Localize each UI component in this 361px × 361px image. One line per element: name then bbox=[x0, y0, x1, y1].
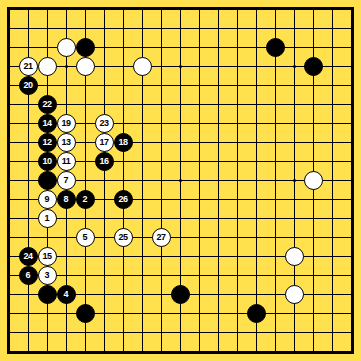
board-point-f13: 23 bbox=[95, 114, 114, 133]
black-stone-d9-move-8: 8 bbox=[57, 190, 76, 209]
white-stone-c6-move-15: 15 bbox=[38, 247, 57, 266]
board-point-c11: 10 bbox=[38, 152, 57, 171]
board-point-d17 bbox=[57, 38, 76, 57]
white-stone-d10-move-7: 7 bbox=[57, 171, 76, 190]
white-stone-q6 bbox=[285, 247, 304, 266]
black-stone-b6-move-24: 24 bbox=[19, 247, 38, 266]
board-point-n3 bbox=[247, 304, 266, 323]
white-stone-d17 bbox=[57, 38, 76, 57]
board-point-c16 bbox=[38, 57, 57, 76]
black-stone-f11-move-16: 16 bbox=[95, 152, 114, 171]
white-stone-j7-move-27: 27 bbox=[152, 228, 171, 247]
black-stone-r16 bbox=[304, 57, 323, 76]
board-point-b15: 20 bbox=[19, 76, 38, 95]
white-stone-f12-move-17: 17 bbox=[95, 133, 114, 152]
board-point-c12: 12 bbox=[38, 133, 57, 152]
board-point-c13: 14 bbox=[38, 114, 57, 133]
white-stone-f13-move-23: 23 bbox=[95, 114, 114, 133]
star-point bbox=[171, 57, 190, 76]
star-point-dot bbox=[293, 179, 296, 182]
black-stone-d4-move-4: 4 bbox=[57, 285, 76, 304]
board-point-d10: 7 bbox=[57, 171, 76, 190]
white-stone-h16 bbox=[133, 57, 152, 76]
black-stone-g12-move-18: 18 bbox=[114, 133, 133, 152]
go-board: 2120221419231213171810111679822615252724… bbox=[0, 0, 361, 361]
black-stone-c11-move-10: 10 bbox=[38, 152, 57, 171]
board-point-c6: 15 bbox=[38, 247, 57, 266]
star-point-dot bbox=[179, 65, 182, 68]
board-point-q6 bbox=[285, 247, 304, 266]
black-stone-c12-move-12: 12 bbox=[38, 133, 57, 152]
board-point-b6: 24 bbox=[19, 247, 38, 266]
black-stone-e17 bbox=[76, 38, 95, 57]
star-point bbox=[285, 171, 304, 190]
board-point-d12: 13 bbox=[57, 133, 76, 152]
star-point bbox=[285, 57, 304, 76]
black-stone-g9-move-26: 26 bbox=[114, 190, 133, 209]
black-stone-e3 bbox=[76, 304, 95, 323]
board-point-b16: 21 bbox=[19, 57, 38, 76]
board-point-g9: 26 bbox=[114, 190, 133, 209]
black-stone-k4 bbox=[171, 285, 190, 304]
black-stone-c13-move-14: 14 bbox=[38, 114, 57, 133]
board-point-e16 bbox=[76, 57, 95, 76]
star-point bbox=[171, 171, 190, 190]
board-point-g7: 25 bbox=[114, 228, 133, 247]
black-stone-e9-move-2: 2 bbox=[76, 190, 95, 209]
board-point-f11: 16 bbox=[95, 152, 114, 171]
board-point-b5: 6 bbox=[19, 266, 38, 285]
star-point-dot bbox=[179, 179, 182, 182]
white-stone-b16-move-21: 21 bbox=[19, 57, 38, 76]
white-stone-c9-move-9: 9 bbox=[38, 190, 57, 209]
star-point bbox=[57, 57, 76, 76]
board-point-r10 bbox=[304, 171, 323, 190]
black-stone-c14-move-22: 22 bbox=[38, 95, 57, 114]
white-stone-r10 bbox=[304, 171, 323, 190]
board-point-e9: 2 bbox=[76, 190, 95, 209]
white-stone-d12-move-13: 13 bbox=[57, 133, 76, 152]
white-stone-d13-move-19: 19 bbox=[57, 114, 76, 133]
board-point-k4 bbox=[171, 285, 190, 304]
board-point-c9: 9 bbox=[38, 190, 57, 209]
board-point-c5: 3 bbox=[38, 266, 57, 285]
board-point-d11: 11 bbox=[57, 152, 76, 171]
board-point-d13: 19 bbox=[57, 114, 76, 133]
board-point-f12: 17 bbox=[95, 133, 114, 152]
board-point-c4 bbox=[38, 285, 57, 304]
board-point-p17 bbox=[266, 38, 285, 57]
board-point-c10 bbox=[38, 171, 57, 190]
white-stone-d11-move-11: 11 bbox=[57, 152, 76, 171]
star-point-dot bbox=[293, 65, 296, 68]
black-stone-p17 bbox=[266, 38, 285, 57]
white-stone-c16 bbox=[38, 57, 57, 76]
white-stone-e16 bbox=[76, 57, 95, 76]
board-point-e3 bbox=[76, 304, 95, 323]
board-point-d9: 8 bbox=[57, 190, 76, 209]
black-stone-b15-move-20: 20 bbox=[19, 76, 38, 95]
white-stone-e7-move-5: 5 bbox=[76, 228, 95, 247]
board-point-c8: 1 bbox=[38, 209, 57, 228]
board-point-r16 bbox=[304, 57, 323, 76]
white-stone-c5-move-3: 3 bbox=[38, 266, 57, 285]
board-point-j7: 27 bbox=[152, 228, 171, 247]
black-stone-n3 bbox=[247, 304, 266, 323]
board-point-c14: 22 bbox=[38, 95, 57, 114]
white-stone-c8-move-1: 1 bbox=[38, 209, 57, 228]
board-point-e7: 5 bbox=[76, 228, 95, 247]
board-point-g12: 18 bbox=[114, 133, 133, 152]
white-stone-q4 bbox=[285, 285, 304, 304]
go-diagram: 2120221419231213171810111679822615252724… bbox=[0, 0, 361, 361]
black-stone-c4 bbox=[38, 285, 57, 304]
board-point-d4: 4 bbox=[57, 285, 76, 304]
black-stone-c10 bbox=[38, 171, 57, 190]
star-point-dot bbox=[65, 65, 68, 68]
board-point-h16 bbox=[133, 57, 152, 76]
board-point-q4 bbox=[285, 285, 304, 304]
white-stone-g7-move-25: 25 bbox=[114, 228, 133, 247]
black-stone-b5-move-6: 6 bbox=[19, 266, 38, 285]
board-point-e17 bbox=[76, 38, 95, 57]
